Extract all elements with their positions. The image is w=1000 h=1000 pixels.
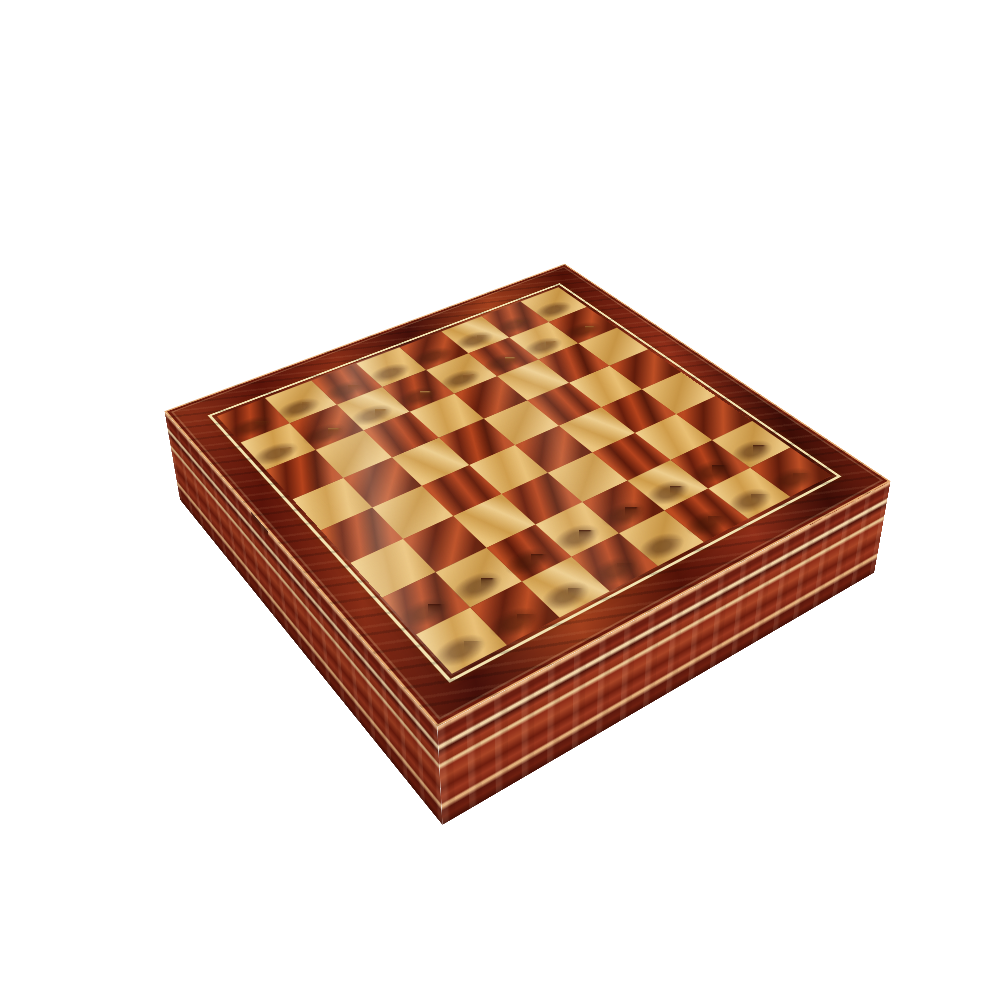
piece-black-knight-b8: ♞ bbox=[494, 548, 539, 624]
piece-black-queen-d8: ♛ bbox=[590, 482, 643, 572]
scene: ♜♞♝♛♚♝♞♜♟♟♟♟♟♟♟♟♟♟♟♟♟♟♟♟♜♞♝♛♚♝♞♜ bbox=[0, 0, 1000, 1000]
piece-black-rook-h8: ♜ bbox=[774, 418, 811, 481]
chess-board: ♜♞♝♛♚♝♞♜♟♟♟♟♟♟♟♟♟♟♟♟♟♟♟♟♜♞♝♛♚♝♞♜ bbox=[164, 264, 890, 727]
piece-black-bishop-f8: ♝ bbox=[687, 453, 730, 525]
piece-black-bishop-c8: ♝ bbox=[545, 521, 590, 598]
chess-set-photo: ♜♞♝♛♚♝♞♜♟♟♟♟♟♟♟♟♟♟♟♟♟♟♟♟♜♞♝♛♚♝♞♜ Wooden … bbox=[0, 0, 1000, 1000]
piece-black-rook-a8: ♜ bbox=[441, 578, 485, 652]
piece-black-knight-g8: ♞ bbox=[731, 434, 771, 502]
